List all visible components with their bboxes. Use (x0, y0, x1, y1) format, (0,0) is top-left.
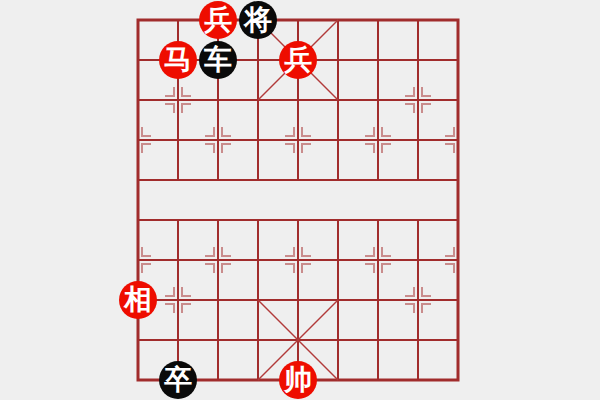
point-f2-r9[interactable] (198, 360, 238, 400)
piece-black-general[interactable]: 将 (239, 1, 277, 39)
point-f0-r9[interactable] (118, 360, 158, 400)
point-f4-r3[interactable] (278, 120, 318, 160)
point-f3-r4[interactable] (238, 160, 278, 200)
point-f4-r0[interactable] (278, 0, 318, 40)
point-f3-r7[interactable] (238, 280, 278, 320)
point-f5-r2[interactable] (318, 80, 358, 120)
point-f7-r4[interactable] (398, 160, 438, 200)
point-f1-r8[interactable] (158, 320, 198, 360)
point-f7-r0[interactable] (398, 0, 438, 40)
piece-red-soldier[interactable]: 兵 (279, 41, 317, 79)
point-f0-r6[interactable] (118, 240, 158, 280)
point-f5-r4[interactable] (318, 160, 358, 200)
point-f6-r8[interactable] (358, 320, 398, 360)
point-f3-r8[interactable] (238, 320, 278, 360)
point-f6-r1[interactable] (358, 40, 398, 80)
point-f1-r2[interactable] (158, 80, 198, 120)
point-f3-r9[interactable] (238, 360, 278, 400)
point-f5-r3[interactable] (318, 120, 358, 160)
point-f8-r0[interactable] (438, 0, 478, 40)
point-f7-r6[interactable] (398, 240, 438, 280)
point-f2-r3[interactable] (198, 120, 238, 160)
point-f0-r1[interactable] (118, 40, 158, 80)
point-f4-r2[interactable] (278, 80, 318, 120)
point-f3-r1[interactable] (238, 40, 278, 80)
point-f8-r6[interactable] (438, 240, 478, 280)
point-f8-r1[interactable] (438, 40, 478, 80)
point-f7-r9[interactable] (398, 360, 438, 400)
point-f1-r3[interactable] (158, 120, 198, 160)
point-f6-r2[interactable] (358, 80, 398, 120)
piece-red-elephant[interactable]: 相 (119, 281, 157, 319)
point-f2-r6[interactable] (198, 240, 238, 280)
point-f1-r7[interactable] (158, 280, 198, 320)
point-f1-r5[interactable] (158, 200, 198, 240)
point-f5-r9[interactable] (318, 360, 358, 400)
pieces-layer: 兵将马车兵相卒帅 (118, 0, 478, 400)
point-f0-r2[interactable] (118, 80, 158, 120)
point-f2-r5[interactable] (198, 200, 238, 240)
point-f4-r8[interactable] (278, 320, 318, 360)
point-f8-r3[interactable] (438, 120, 478, 160)
point-f8-r8[interactable] (438, 320, 478, 360)
point-f1-r0[interactable] (158, 0, 198, 40)
point-f4-r4[interactable] (278, 160, 318, 200)
point-f3-r6[interactable] (238, 240, 278, 280)
point-f6-r7[interactable] (358, 280, 398, 320)
point-f2-r2[interactable] (198, 80, 238, 120)
point-f8-r5[interactable] (438, 200, 478, 240)
piece-black-soldier[interactable]: 卒 (159, 361, 197, 399)
point-f3-r5[interactable] (238, 200, 278, 240)
piece-red-soldier[interactable]: 兵 (199, 1, 237, 39)
point-f0-r8[interactable] (118, 320, 158, 360)
piece-black-chariot[interactable]: 车 (199, 41, 237, 79)
point-f5-r1[interactable] (318, 40, 358, 80)
point-f6-r3[interactable] (358, 120, 398, 160)
point-f1-r6[interactable] (158, 240, 198, 280)
point-f5-r5[interactable] (318, 200, 358, 240)
point-f7-r8[interactable] (398, 320, 438, 360)
point-f4-r7[interactable] (278, 280, 318, 320)
point-f7-r1[interactable] (398, 40, 438, 80)
point-f3-r3[interactable] (238, 120, 278, 160)
piece-red-general[interactable]: 帅 (279, 361, 317, 399)
point-f0-r3[interactable] (118, 120, 158, 160)
point-f4-r6[interactable] (278, 240, 318, 280)
xiangqi-diagram: 兵将马车兵相卒帅 (0, 0, 600, 400)
point-f6-r6[interactable] (358, 240, 398, 280)
point-f5-r0[interactable] (318, 0, 358, 40)
point-f7-r3[interactable] (398, 120, 438, 160)
point-f4-r5[interactable] (278, 200, 318, 240)
piece-red-horse[interactable]: 马 (159, 41, 197, 79)
point-f5-r6[interactable] (318, 240, 358, 280)
point-f2-r7[interactable] (198, 280, 238, 320)
point-f8-r4[interactable] (438, 160, 478, 200)
point-f5-r8[interactable] (318, 320, 358, 360)
point-f0-r5[interactable] (118, 200, 158, 240)
point-f7-r7[interactable] (398, 280, 438, 320)
point-f8-r9[interactable] (438, 360, 478, 400)
point-f6-r4[interactable] (358, 160, 398, 200)
point-f8-r7[interactable] (438, 280, 478, 320)
point-f5-r7[interactable] (318, 280, 358, 320)
point-f6-r0[interactable] (358, 0, 398, 40)
point-f6-r9[interactable] (358, 360, 398, 400)
point-f0-r0[interactable] (118, 0, 158, 40)
point-f8-r2[interactable] (438, 80, 478, 120)
point-f0-r4[interactable] (118, 160, 158, 200)
point-f7-r5[interactable] (398, 200, 438, 240)
point-f2-r8[interactable] (198, 320, 238, 360)
point-f2-r4[interactable] (198, 160, 238, 200)
point-f3-r2[interactable] (238, 80, 278, 120)
point-f1-r4[interactable] (158, 160, 198, 200)
point-f7-r2[interactable] (398, 80, 438, 120)
point-f6-r5[interactable] (358, 200, 398, 240)
